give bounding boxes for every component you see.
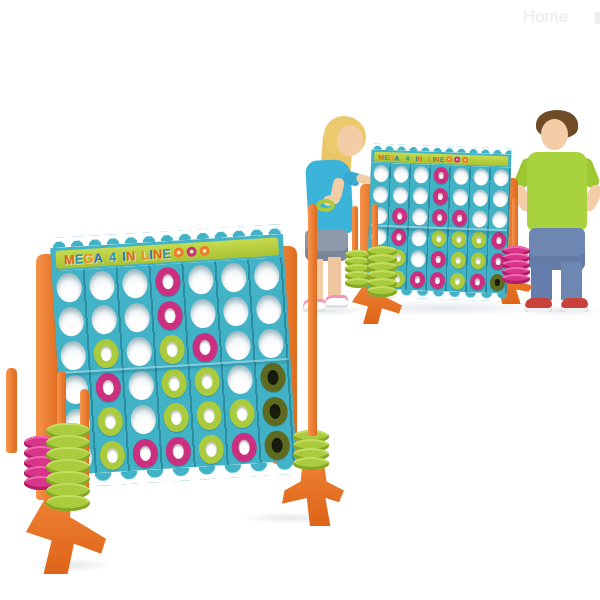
banner-letter: 4 bbox=[405, 154, 409, 161]
cell-r3c2 bbox=[89, 335, 124, 371]
magenta-disc bbox=[430, 251, 446, 269]
cell-r1c1 bbox=[52, 269, 87, 305]
cell-r2c5 bbox=[450, 186, 471, 208]
magenta-disc bbox=[433, 167, 449, 185]
empty-hole bbox=[225, 330, 252, 360]
empty-hole bbox=[253, 260, 280, 290]
empty-hole bbox=[227, 364, 254, 394]
cell-r2c1 bbox=[370, 184, 391, 206]
banner-letter: A bbox=[93, 251, 103, 265]
empty-hole bbox=[492, 190, 508, 208]
empty-hole bbox=[58, 306, 85, 336]
cell-r6c4 bbox=[427, 270, 448, 292]
cell-r4c2 bbox=[388, 226, 409, 248]
empty-hole bbox=[452, 188, 468, 206]
nav-partial-item bbox=[595, 12, 600, 24]
cell-r2c3 bbox=[120, 299, 155, 335]
shaded-green-disc bbox=[260, 362, 287, 392]
cell-r4c3 bbox=[408, 227, 429, 249]
product-photo-stage: Home MEGA4INLINE bbox=[0, 0, 600, 600]
empty-hole bbox=[372, 186, 388, 204]
girl-held-green-ring bbox=[316, 199, 335, 212]
ring-stack-pink bbox=[502, 246, 530, 284]
peg-rod-right-long bbox=[308, 204, 317, 436]
cell-r1c5 bbox=[450, 165, 471, 187]
empty-hole bbox=[412, 187, 428, 205]
magenta-disc bbox=[391, 228, 407, 246]
cell-r3c6 bbox=[469, 208, 490, 230]
empty-hole bbox=[190, 298, 217, 328]
banner-ring-icon bbox=[462, 157, 468, 163]
empty-hole bbox=[91, 304, 118, 334]
cell-r6c4 bbox=[161, 433, 196, 469]
green-disc bbox=[196, 400, 223, 430]
cell-r5c3 bbox=[126, 401, 161, 437]
cell-r6c6 bbox=[467, 271, 488, 293]
green-disc bbox=[431, 230, 447, 248]
banner-ring-icon bbox=[187, 246, 198, 257]
boy-leg bbox=[531, 262, 552, 300]
magenta-disc bbox=[95, 372, 122, 402]
empty-hole bbox=[393, 165, 409, 183]
cell-r6c5 bbox=[194, 431, 229, 467]
banner-letter: A bbox=[394, 154, 399, 161]
green-disc bbox=[99, 440, 126, 470]
cell-r2c4 bbox=[430, 186, 451, 208]
magenta-disc bbox=[409, 271, 425, 289]
cell-r4c6 bbox=[223, 361, 258, 397]
empty-hole bbox=[89, 270, 116, 300]
cell-r1c3 bbox=[117, 265, 152, 301]
cell-r3c5 bbox=[449, 207, 470, 229]
cell-r1c2 bbox=[85, 267, 120, 303]
magenta-disc bbox=[132, 438, 159, 468]
green-disc bbox=[194, 366, 221, 396]
empty-hole bbox=[223, 296, 250, 326]
cell-r1c3 bbox=[410, 164, 431, 186]
cell-r4c5 bbox=[448, 228, 469, 250]
cell-r1c5 bbox=[183, 261, 218, 297]
magenta-disc bbox=[165, 436, 192, 466]
green-disc bbox=[159, 334, 186, 364]
cell-r2c6 bbox=[470, 187, 491, 209]
cell-r3c7 bbox=[489, 209, 510, 231]
cell-r3c1 bbox=[56, 337, 91, 373]
green-disc bbox=[451, 230, 467, 248]
green-disc bbox=[229, 398, 256, 428]
cell-r6c7 bbox=[260, 427, 295, 463]
empty-hole bbox=[373, 165, 389, 183]
cell-r3c4 bbox=[155, 331, 190, 367]
cell-r1c6 bbox=[216, 259, 251, 295]
empty-hole bbox=[411, 208, 427, 226]
cell-r3c6 bbox=[220, 327, 255, 363]
ring-stack-green bbox=[367, 246, 397, 297]
peg-rod-edge bbox=[6, 368, 17, 453]
cell-r4c2 bbox=[91, 369, 126, 405]
empty-hole bbox=[472, 189, 488, 207]
empty-hole bbox=[60, 340, 87, 370]
pink-ring bbox=[502, 274, 530, 284]
cell-r3c3 bbox=[122, 333, 157, 369]
empty-hole bbox=[56, 272, 83, 302]
magenta-disc bbox=[431, 209, 447, 227]
boy-shoe bbox=[561, 298, 588, 312]
boy-shirt bbox=[527, 152, 587, 230]
cell-r6c6 bbox=[227, 429, 262, 465]
cell-r2c2 bbox=[87, 301, 122, 337]
banner-letter: 4 bbox=[109, 250, 117, 263]
magenta-disc bbox=[157, 300, 184, 330]
magenta-disc bbox=[469, 273, 485, 291]
banner-ring-icon bbox=[200, 246, 211, 257]
green-disc bbox=[97, 406, 124, 436]
green-disc bbox=[450, 251, 466, 269]
empty-hole bbox=[473, 168, 489, 186]
boy-leg bbox=[561, 262, 582, 300]
magenta-disc bbox=[231, 432, 258, 462]
cell-r4c4 bbox=[157, 365, 192, 401]
magenta-disc bbox=[391, 207, 407, 225]
cell-r3c5 bbox=[188, 329, 223, 365]
cell-r4c4 bbox=[428, 228, 449, 250]
cell-r1c1 bbox=[370, 163, 391, 185]
empty-hole bbox=[493, 169, 509, 187]
cell-r2c7 bbox=[251, 291, 286, 327]
cell-r5c7 bbox=[258, 393, 293, 429]
shaded-green-disc bbox=[264, 430, 291, 460]
banner-ring-icon bbox=[446, 156, 452, 162]
empty-hole bbox=[491, 211, 507, 229]
empty-hole bbox=[255, 294, 282, 324]
green-ring bbox=[293, 457, 329, 470]
banner-ring-icon bbox=[454, 156, 460, 162]
cell-r3c4 bbox=[429, 207, 450, 229]
empty-hole bbox=[258, 328, 285, 358]
cell-r4c7 bbox=[255, 359, 290, 395]
cell-r6c3 bbox=[128, 435, 163, 471]
ring-stack-green bbox=[46, 423, 90, 511]
cell-r5c3 bbox=[407, 248, 428, 270]
cell-r5c5 bbox=[192, 397, 227, 433]
cell-r5c6 bbox=[225, 395, 260, 431]
magenta-disc bbox=[451, 209, 467, 227]
empty-hole bbox=[130, 404, 157, 434]
green-disc bbox=[449, 272, 465, 290]
green-disc bbox=[93, 338, 120, 368]
cell-r4c5 bbox=[190, 363, 225, 399]
cell-r3c7 bbox=[253, 325, 288, 361]
cell-r2c1 bbox=[54, 303, 89, 339]
cell-r1c7 bbox=[249, 257, 284, 293]
boy-shoe bbox=[525, 298, 552, 312]
cell-r4c6 bbox=[468, 229, 489, 251]
cell-r2c6 bbox=[218, 293, 253, 329]
cell-r1c4 bbox=[430, 165, 451, 187]
cell-r4c3 bbox=[124, 367, 159, 403]
empty-hole bbox=[187, 264, 214, 294]
cell-r6c5 bbox=[447, 270, 468, 292]
empty-hole bbox=[128, 370, 155, 400]
green-disc bbox=[163, 402, 190, 432]
empty-hole bbox=[220, 262, 247, 292]
magenta-disc bbox=[429, 272, 445, 290]
empty-hole bbox=[122, 268, 149, 298]
small-peg-rod bbox=[512, 198, 518, 250]
banner-letter: M bbox=[64, 252, 76, 266]
cell-r2c2 bbox=[390, 184, 411, 206]
banner-ring-icon bbox=[174, 247, 185, 258]
cell-r1c4 bbox=[150, 263, 185, 299]
green-ring bbox=[367, 286, 397, 297]
banner-letter: E bbox=[162, 246, 171, 260]
cell-r5c4 bbox=[427, 249, 448, 271]
ring-stack-green-right bbox=[293, 430, 329, 470]
shaded-green-disc bbox=[262, 396, 289, 426]
cell-r5c2 bbox=[93, 403, 128, 439]
magenta-disc bbox=[155, 266, 182, 296]
empty-hole bbox=[392, 186, 408, 204]
nav-home-link[interactable]: Home bbox=[523, 7, 568, 27]
empty-hole bbox=[413, 166, 429, 184]
cell-r2c7 bbox=[490, 188, 511, 210]
green-disc bbox=[471, 231, 487, 249]
cell-r5c4 bbox=[159, 399, 194, 435]
cell-r2c4 bbox=[152, 297, 187, 333]
cell-r1c2 bbox=[390, 163, 411, 185]
magenta-disc bbox=[192, 332, 219, 362]
cell-r6c3 bbox=[407, 269, 428, 291]
cell-r1c6 bbox=[470, 166, 491, 188]
banner-letter: E bbox=[440, 155, 445, 162]
cell-r5c6 bbox=[467, 250, 488, 272]
green-disc bbox=[161, 368, 188, 398]
cell-r5c5 bbox=[447, 249, 468, 271]
cell-r2c3 bbox=[410, 185, 431, 207]
girl-leg bbox=[328, 257, 341, 299]
banner-letter: N bbox=[125, 249, 135, 263]
magenta-disc bbox=[432, 188, 448, 206]
cell-r3c2 bbox=[389, 205, 410, 227]
girl-shoe bbox=[325, 295, 348, 308]
cell-r6c2 bbox=[95, 437, 130, 473]
empty-hole bbox=[410, 250, 426, 268]
green-disc bbox=[470, 252, 486, 270]
empty-hole bbox=[471, 210, 487, 228]
small-peg-rod bbox=[352, 206, 358, 256]
empty-hole bbox=[124, 302, 151, 332]
girl-face bbox=[337, 125, 363, 156]
green-ring bbox=[46, 495, 90, 511]
cell-r2c5 bbox=[185, 295, 220, 331]
green-disc bbox=[198, 434, 225, 464]
cell-r1c7 bbox=[490, 167, 511, 189]
cell-r3c3 bbox=[409, 206, 430, 228]
banner-letter: N bbox=[417, 155, 422, 162]
empty-hole bbox=[411, 229, 427, 247]
boy-face bbox=[541, 119, 568, 150]
empty-hole bbox=[126, 336, 153, 366]
empty-hole bbox=[453, 167, 469, 185]
